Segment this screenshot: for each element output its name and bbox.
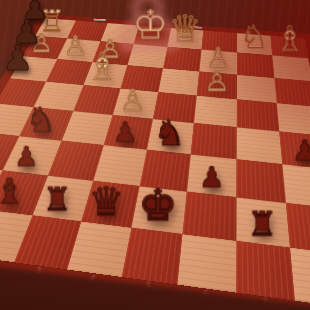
square-c4[interactable] xyxy=(194,96,236,128)
square-d5[interactable]: ♞ xyxy=(147,119,194,155)
square-d8[interactable] xyxy=(122,228,183,285)
piece-white-pawn[interactable]: ♙ xyxy=(64,33,87,59)
scene: 12345678 ♖♔♕♘♗♙♙♙♙♗♙♙♞♟♞♟♟♟♟♝♜♛♚♜ ♟♟♟ ♙ xyxy=(0,0,310,310)
piece-white-bishop[interactable]: ♗ xyxy=(275,22,306,56)
captured-red-pawn: ♟ xyxy=(2,41,33,76)
square-d3[interactable] xyxy=(158,68,199,95)
piece-white-pawn[interactable]: ♙ xyxy=(204,67,229,95)
square-c7[interactable] xyxy=(183,191,236,240)
square-b4[interactable] xyxy=(236,99,279,131)
piece-white-knight[interactable]: ♘ xyxy=(240,22,268,53)
square-c6[interactable]: ♟ xyxy=(187,155,236,197)
piece-red-bishop[interactable]: ♝ xyxy=(0,174,25,209)
piece-red-rook[interactable]: ♜ xyxy=(247,208,277,241)
piece-red-pawn[interactable]: ♟ xyxy=(14,144,38,171)
square-e7[interactable]: ♛ xyxy=(81,180,140,227)
piece-red-pawn[interactable]: ♟ xyxy=(292,136,310,165)
piece-red-knight[interactable]: ♞ xyxy=(26,102,57,136)
square-b1[interactable]: ♘ xyxy=(237,33,272,55)
square-e4[interactable]: ♙ xyxy=(113,88,159,119)
square-c5[interactable] xyxy=(191,123,236,159)
square-d7[interactable]: ♚ xyxy=(131,186,187,234)
piece-red-pawn[interactable]: ♟ xyxy=(113,118,138,146)
square-b8[interactable] xyxy=(235,241,294,301)
out-of-focus-piece: ♙ xyxy=(104,0,193,66)
piece-red-rook[interactable]: ♜ xyxy=(43,184,72,216)
piece-red-pawn[interactable]: ♟ xyxy=(199,164,224,192)
square-b7[interactable]: ♜ xyxy=(236,197,290,248)
square-b3[interactable] xyxy=(236,74,276,102)
piece-red-king[interactable]: ♚ xyxy=(138,184,177,228)
square-c3[interactable]: ♙ xyxy=(197,71,236,99)
piece-red-queen[interactable]: ♛ xyxy=(89,182,125,222)
square-b5[interactable] xyxy=(236,127,282,164)
piece-red-knight[interactable]: ♞ xyxy=(153,115,185,150)
square-c8[interactable] xyxy=(178,234,236,293)
square-a1[interactable]: ♗ xyxy=(270,36,308,59)
square-a5[interactable]: ♟ xyxy=(279,132,310,170)
square-f4[interactable] xyxy=(73,85,121,115)
piece-white-pawn[interactable]: ♙ xyxy=(120,87,146,116)
square-b6[interactable] xyxy=(236,159,286,202)
